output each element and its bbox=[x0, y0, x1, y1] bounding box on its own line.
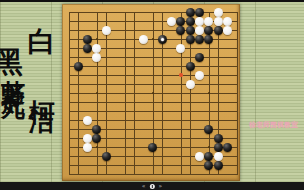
black-stone bbox=[204, 161, 213, 170]
black-stone bbox=[195, 35, 204, 44]
white-stone bbox=[83, 116, 92, 125]
black-stone bbox=[83, 44, 92, 53]
black-stone bbox=[148, 143, 157, 152]
white-stone bbox=[167, 17, 176, 26]
black-stone bbox=[186, 8, 195, 17]
black-stone bbox=[186, 62, 195, 71]
black-stone bbox=[102, 152, 111, 161]
black-stone bbox=[176, 26, 185, 35]
black-stone bbox=[214, 134, 223, 143]
white-stone bbox=[214, 8, 223, 17]
white-stone bbox=[204, 17, 213, 26]
black-stone bbox=[204, 35, 213, 44]
black-stone bbox=[195, 53, 204, 62]
black-stone bbox=[214, 143, 223, 152]
black-stone bbox=[214, 161, 223, 170]
white-stone bbox=[176, 44, 185, 53]
black-stone bbox=[176, 17, 185, 26]
black-stone bbox=[186, 26, 195, 35]
fast-forward-icon[interactable]: » bbox=[159, 183, 163, 189]
watermark: 徐老师围棋教室 bbox=[249, 120, 303, 130]
stone-layer bbox=[64, 8, 241, 179]
black-stone bbox=[204, 152, 213, 161]
white-player-name: 柯洁 bbox=[29, 79, 55, 95]
black-stone bbox=[92, 134, 101, 143]
black-stone bbox=[186, 17, 195, 26]
white-stone bbox=[195, 152, 204, 161]
white-stone bbox=[186, 80, 195, 89]
rewind-icon[interactable]: « bbox=[142, 183, 146, 189]
black-stone bbox=[223, 143, 232, 152]
black-stone bbox=[204, 26, 213, 35]
highlight-dot bbox=[179, 73, 182, 76]
white-stone bbox=[102, 26, 111, 35]
black-stone bbox=[195, 8, 204, 17]
black-stone bbox=[158, 35, 167, 44]
white-stone bbox=[195, 26, 204, 35]
white-stone bbox=[92, 44, 101, 53]
black-stone bbox=[186, 35, 195, 44]
white-stone bbox=[214, 152, 223, 161]
play-pause-icon[interactable] bbox=[150, 184, 155, 189]
white-stone bbox=[195, 17, 204, 26]
black-stone bbox=[83, 35, 92, 44]
white-stone bbox=[83, 143, 92, 152]
black-stone bbox=[74, 62, 83, 71]
white-stone bbox=[139, 35, 148, 44]
black-player-name: 芝野虎丸 bbox=[1, 60, 25, 80]
black-stone bbox=[92, 125, 101, 134]
white-stone bbox=[195, 71, 204, 80]
go-board[interactable] bbox=[62, 4, 240, 181]
white-stone bbox=[83, 134, 92, 143]
white-stone bbox=[92, 53, 101, 62]
video-frame[interactable]: 白 柯洁 黑 芝野虎丸 徐老师围棋教室 « » bbox=[0, 0, 304, 190]
white-stone bbox=[223, 26, 232, 35]
white-stone bbox=[223, 17, 232, 26]
white-stone bbox=[214, 17, 223, 26]
black-stone bbox=[204, 125, 213, 134]
video-bottom-bar: « » bbox=[0, 182, 304, 190]
black-stone bbox=[214, 26, 223, 35]
video-controls[interactable]: « » bbox=[142, 182, 162, 190]
last-move-marker bbox=[161, 38, 164, 41]
